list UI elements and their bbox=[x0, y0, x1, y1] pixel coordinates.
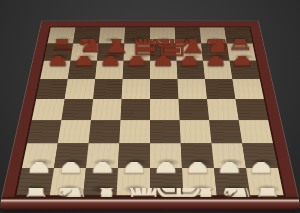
square-g7[interactable]: ♟ bbox=[201, 44, 229, 61]
square-e4[interactable] bbox=[150, 99, 180, 120]
square-a6[interactable] bbox=[40, 61, 70, 79]
square-a3[interactable] bbox=[27, 120, 61, 143]
square-f6[interactable] bbox=[177, 61, 205, 79]
square-g4[interactable] bbox=[207, 99, 239, 120]
board-grid: ♜♞♝♛♚♝♞♜♟♟♟♟♟♟♟♟♟♟♟♟♟♟♟♟♜♞♝♛♚♝♞♜ bbox=[16, 27, 283, 195]
square-h5[interactable] bbox=[232, 79, 264, 99]
square-b3[interactable] bbox=[58, 120, 91, 143]
square-d5[interactable] bbox=[122, 79, 150, 99]
square-h4[interactable] bbox=[235, 99, 268, 120]
square-f5[interactable] bbox=[177, 79, 206, 99]
square-a5[interactable] bbox=[36, 79, 68, 99]
square-e3[interactable] bbox=[150, 120, 181, 143]
chess-board[interactable]: ♜♞♝♛♚♝♞♜♟♟♟♟♟♟♟♟♟♟♟♟♟♟♟♟♜♞♝♛♚♝♞♜ bbox=[0, 21, 300, 207]
square-h3[interactable] bbox=[239, 120, 273, 143]
square-e6[interactable] bbox=[150, 61, 177, 79]
square-c3[interactable] bbox=[89, 120, 121, 143]
square-d4[interactable] bbox=[120, 99, 150, 120]
square-h1[interactable]: ♜ bbox=[246, 168, 284, 195]
square-g1[interactable]: ♞ bbox=[214, 168, 250, 195]
square-b7[interactable]: ♟ bbox=[70, 44, 98, 61]
square-g3[interactable] bbox=[209, 120, 242, 143]
square-f4[interactable] bbox=[178, 99, 209, 120]
square-e7[interactable]: ♟ bbox=[150, 44, 177, 61]
square-a4[interactable] bbox=[32, 99, 65, 120]
square-d3[interactable] bbox=[119, 120, 150, 143]
square-b4[interactable] bbox=[61, 99, 93, 120]
square-c7[interactable]: ♟ bbox=[97, 44, 124, 61]
square-c4[interactable] bbox=[91, 99, 122, 120]
board-perspective-scene: ♜♞♝♛♚♝♞♜♟♟♟♟♟♟♟♟♟♟♟♟♟♟♟♟♜♞♝♛♚♝♞♜ bbox=[0, 0, 300, 213]
square-a7[interactable]: ♟ bbox=[44, 44, 73, 61]
square-f7[interactable]: ♟ bbox=[176, 44, 203, 61]
square-b5[interactable] bbox=[65, 79, 95, 99]
square-c5[interactable] bbox=[93, 79, 122, 99]
square-d1[interactable]: ♛ bbox=[117, 168, 150, 195]
square-d7[interactable]: ♟ bbox=[123, 44, 150, 61]
square-f1[interactable]: ♝ bbox=[182, 168, 217, 195]
square-h7[interactable]: ♟ bbox=[227, 44, 256, 61]
square-c6[interactable] bbox=[95, 61, 123, 79]
square-e1[interactable]: ♚ bbox=[150, 168, 183, 195]
square-f3[interactable] bbox=[180, 120, 212, 143]
square-b6[interactable] bbox=[68, 61, 97, 79]
square-g6[interactable] bbox=[203, 61, 232, 79]
square-g5[interactable] bbox=[205, 79, 235, 99]
square-a1[interactable]: ♜ bbox=[16, 168, 54, 195]
square-h6[interactable] bbox=[230, 61, 260, 79]
square-d6[interactable] bbox=[123, 61, 150, 79]
square-c1[interactable]: ♝ bbox=[83, 168, 118, 195]
square-b1[interactable]: ♞ bbox=[50, 168, 86, 195]
square-e5[interactable] bbox=[150, 79, 178, 99]
scene-background: ♜♞♝♛♚♝♞♜♟♟♟♟♟♟♟♟♟♟♟♟♟♟♟♟♜♞♝♛♚♝♞♜ bbox=[0, 0, 300, 213]
